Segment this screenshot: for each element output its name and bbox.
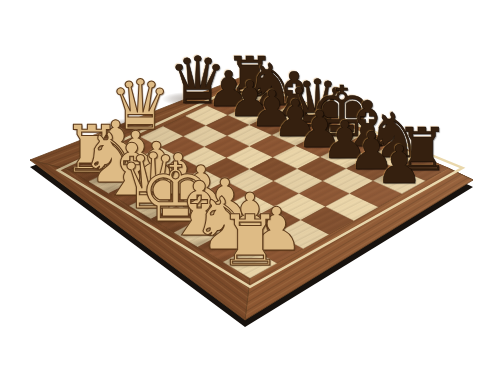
piece-black-knight: ♞	[366, 105, 422, 167]
piece-white-pawn: ♟	[91, 113, 140, 168]
piece-shadow	[243, 240, 291, 253]
piece-white-pawn: ♟	[131, 135, 181, 191]
piece-shadow	[223, 107, 262, 118]
piece-shadow	[202, 98, 241, 109]
piece-white-pawn: ♟	[199, 172, 251, 230]
product-photo: ♜♞♝♛♚♝♞♜♟♟♟♟♟♟♟♟♟♟♟♟♟♟♟♟♜♞♝♛♚♝♞♜♛♛	[0, 0, 500, 375]
piece-black-king: ♚	[310, 77, 373, 147]
piece-white-queen: ♛	[119, 143, 188, 220]
piece-black-pawn: ♟	[322, 114, 369, 166]
piece-black-pawn: ♟	[297, 104, 343, 155]
piece-shadow	[360, 147, 410, 161]
piece-shadow	[73, 172, 128, 187]
piece-shadow	[333, 136, 383, 150]
piece-shadow	[103, 118, 158, 133]
piece-black-pawn: ♟	[348, 126, 395, 178]
spare-white-queen: ♛	[109, 71, 171, 140]
piece-shadow	[212, 253, 268, 268]
piece-white-king: ♚	[139, 152, 213, 234]
piece-black-pawn: ♟	[207, 65, 251, 114]
piece-shadow	[343, 160, 385, 172]
piece-white-bishop: ♝	[99, 134, 164, 206]
piece-shadow	[105, 162, 149, 174]
piece-white-rook: ♜	[62, 117, 120, 182]
piece-shadow	[317, 149, 358, 160]
piece-shadow	[111, 195, 173, 212]
piece-black-bishop: ♝	[339, 93, 395, 156]
piece-shadow	[56, 161, 108, 175]
piece-white-pawn: ♟	[224, 185, 277, 244]
piece-shadow	[239, 96, 286, 109]
piece-white-pawn: ♟	[110, 124, 160, 180]
piece-white-knight: ♞	[80, 125, 142, 194]
piece-black-bishop: ♝	[267, 64, 322, 125]
piece-white-bishop: ♝	[166, 171, 233, 246]
piece-shadow	[162, 92, 214, 106]
piece-shadow	[370, 173, 412, 185]
piece-shadow	[389, 160, 437, 173]
piece-shadow	[130, 208, 196, 226]
piece-black-queen: ♛	[288, 70, 346, 135]
piece-black-rook: ♜	[225, 50, 274, 105]
piece-shadow	[218, 225, 265, 238]
piece-black-knight: ♞	[246, 57, 298, 115]
piece-white-knight: ♞	[191, 187, 256, 260]
piece-shadow	[158, 223, 218, 239]
piece-shadow	[303, 125, 359, 140]
piece-shadow	[193, 211, 240, 224]
piece-shadow	[291, 138, 332, 149]
piece-black-pawn: ♟	[228, 75, 272, 124]
pieces-layer: ♜♞♝♛♚♝♞♜♟♟♟♟♟♟♟♟♟♟♟♟♟♟♟♟♜♞♝♛♚♝♞♜♛♛	[0, 0, 500, 375]
piece-black-pawn: ♟	[250, 84, 295, 134]
piece-black-pawn: ♟	[273, 93, 319, 144]
piece-white-pawn: ♟	[153, 147, 204, 204]
piece-shadow	[125, 173, 170, 185]
piece-black-pawn: ♟	[376, 137, 424, 190]
piece-shadow	[220, 87, 264, 99]
piece-shadow	[184, 237, 243, 253]
piece-shadow	[260, 105, 309, 118]
piece-shadow	[92, 183, 150, 199]
piece-shadow	[245, 117, 285, 128]
piece-white-rook: ♜	[219, 205, 282, 275]
piece-white-pawn: ♟	[249, 199, 303, 259]
piece-shadow	[85, 151, 129, 163]
piece-black-rook: ♜	[396, 120, 449, 179]
piece-shadow	[169, 198, 215, 211]
piece-white-pawn: ♟	[175, 159, 227, 217]
piece-shadow	[268, 127, 308, 138]
piece-shadow	[282, 115, 334, 129]
spare-black-queen: ♛	[168, 48, 226, 113]
piece-shadow	[147, 185, 193, 198]
